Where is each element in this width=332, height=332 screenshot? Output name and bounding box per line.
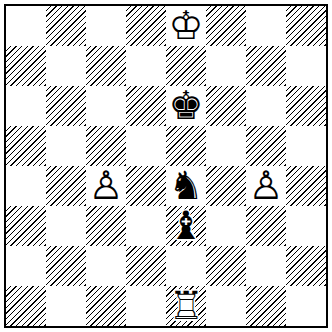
square-g2[interactable] bbox=[246, 246, 286, 286]
square-d7[interactable] bbox=[126, 46, 166, 86]
square-a7[interactable] bbox=[6, 46, 46, 86]
square-d8[interactable] bbox=[126, 6, 166, 46]
square-g3[interactable] bbox=[246, 206, 286, 246]
square-d5[interactable] bbox=[126, 126, 166, 166]
square-f6[interactable] bbox=[206, 86, 246, 126]
white-pawn-halo: ♟ bbox=[86, 166, 126, 206]
square-c3[interactable] bbox=[86, 206, 126, 246]
square-g5[interactable] bbox=[246, 126, 286, 166]
square-h7[interactable] bbox=[286, 46, 326, 86]
square-e2[interactable] bbox=[166, 246, 206, 286]
square-h6[interactable] bbox=[286, 86, 326, 126]
square-c7[interactable] bbox=[86, 46, 126, 86]
square-g7[interactable] bbox=[246, 46, 286, 86]
white-pawn-halo: ♟ bbox=[246, 166, 286, 206]
black-knight-halo: ♞ bbox=[166, 166, 206, 206]
square-b2[interactable] bbox=[46, 246, 86, 286]
square-e1[interactable]: ♜♖ bbox=[166, 286, 206, 326]
chess-board: ♚♔♚♚♟♙♞♞♟♙♝♝♜♖ bbox=[4, 4, 328, 328]
white-pawn-on-c4: ♙ bbox=[86, 166, 126, 206]
square-b6[interactable] bbox=[46, 86, 86, 126]
square-b3[interactable] bbox=[46, 206, 86, 246]
white-king-halo: ♚ bbox=[166, 6, 206, 46]
square-c5[interactable] bbox=[86, 126, 126, 166]
square-g6[interactable] bbox=[246, 86, 286, 126]
square-e3[interactable]: ♝♝ bbox=[166, 206, 206, 246]
square-a6[interactable] bbox=[6, 86, 46, 126]
black-knight-on-e4: ♞ bbox=[166, 166, 206, 206]
square-g8[interactable] bbox=[246, 6, 286, 46]
square-h3[interactable] bbox=[286, 206, 326, 246]
square-b7[interactable] bbox=[46, 46, 86, 86]
white-king-on-e8: ♔ bbox=[166, 6, 206, 46]
square-c2[interactable] bbox=[86, 246, 126, 286]
square-a8[interactable] bbox=[6, 6, 46, 46]
square-e5[interactable] bbox=[166, 126, 206, 166]
square-d3[interactable] bbox=[126, 206, 166, 246]
square-d2[interactable] bbox=[126, 246, 166, 286]
square-h1[interactable] bbox=[286, 286, 326, 326]
square-f8[interactable] bbox=[206, 6, 246, 46]
black-bishop-halo: ♝ bbox=[166, 206, 206, 246]
square-h8[interactable] bbox=[286, 6, 326, 46]
square-c8[interactable] bbox=[86, 6, 126, 46]
white-pawn-on-g4: ♙ bbox=[246, 166, 286, 206]
chess-diagram: ♚♔♚♚♟♙♞♞♟♙♝♝♜♖ bbox=[0, 0, 332, 332]
square-d4[interactable] bbox=[126, 166, 166, 206]
square-f3[interactable] bbox=[206, 206, 246, 246]
square-h2[interactable] bbox=[286, 246, 326, 286]
square-a2[interactable] bbox=[6, 246, 46, 286]
square-b4[interactable] bbox=[46, 166, 86, 206]
white-rook-halo: ♜ bbox=[166, 286, 206, 326]
square-f7[interactable] bbox=[206, 46, 246, 86]
square-c6[interactable] bbox=[86, 86, 126, 126]
black-king-halo: ♚ bbox=[166, 86, 206, 126]
square-h4[interactable] bbox=[286, 166, 326, 206]
square-e7[interactable] bbox=[166, 46, 206, 86]
square-f5[interactable] bbox=[206, 126, 246, 166]
square-e4[interactable]: ♞♞ bbox=[166, 166, 206, 206]
square-h5[interactable] bbox=[286, 126, 326, 166]
square-e8[interactable]: ♚♔ bbox=[166, 6, 206, 46]
square-d1[interactable] bbox=[126, 286, 166, 326]
black-king-on-e6: ♚ bbox=[166, 86, 206, 126]
square-a1[interactable] bbox=[6, 286, 46, 326]
square-b1[interactable] bbox=[46, 286, 86, 326]
square-g1[interactable] bbox=[246, 286, 286, 326]
square-e6[interactable]: ♚♚ bbox=[166, 86, 206, 126]
square-b5[interactable] bbox=[46, 126, 86, 166]
square-f1[interactable] bbox=[206, 286, 246, 326]
square-f4[interactable] bbox=[206, 166, 246, 206]
square-d6[interactable] bbox=[126, 86, 166, 126]
black-bishop-on-e3: ♝ bbox=[166, 206, 206, 246]
square-c1[interactable] bbox=[86, 286, 126, 326]
square-a4[interactable] bbox=[6, 166, 46, 206]
square-a5[interactable] bbox=[6, 126, 46, 166]
square-g4[interactable]: ♟♙ bbox=[246, 166, 286, 206]
square-c4[interactable]: ♟♙ bbox=[86, 166, 126, 206]
square-a3[interactable] bbox=[6, 206, 46, 246]
square-f2[interactable] bbox=[206, 246, 246, 286]
white-rook-on-e1: ♖ bbox=[166, 286, 206, 326]
square-b8[interactable] bbox=[46, 6, 86, 46]
